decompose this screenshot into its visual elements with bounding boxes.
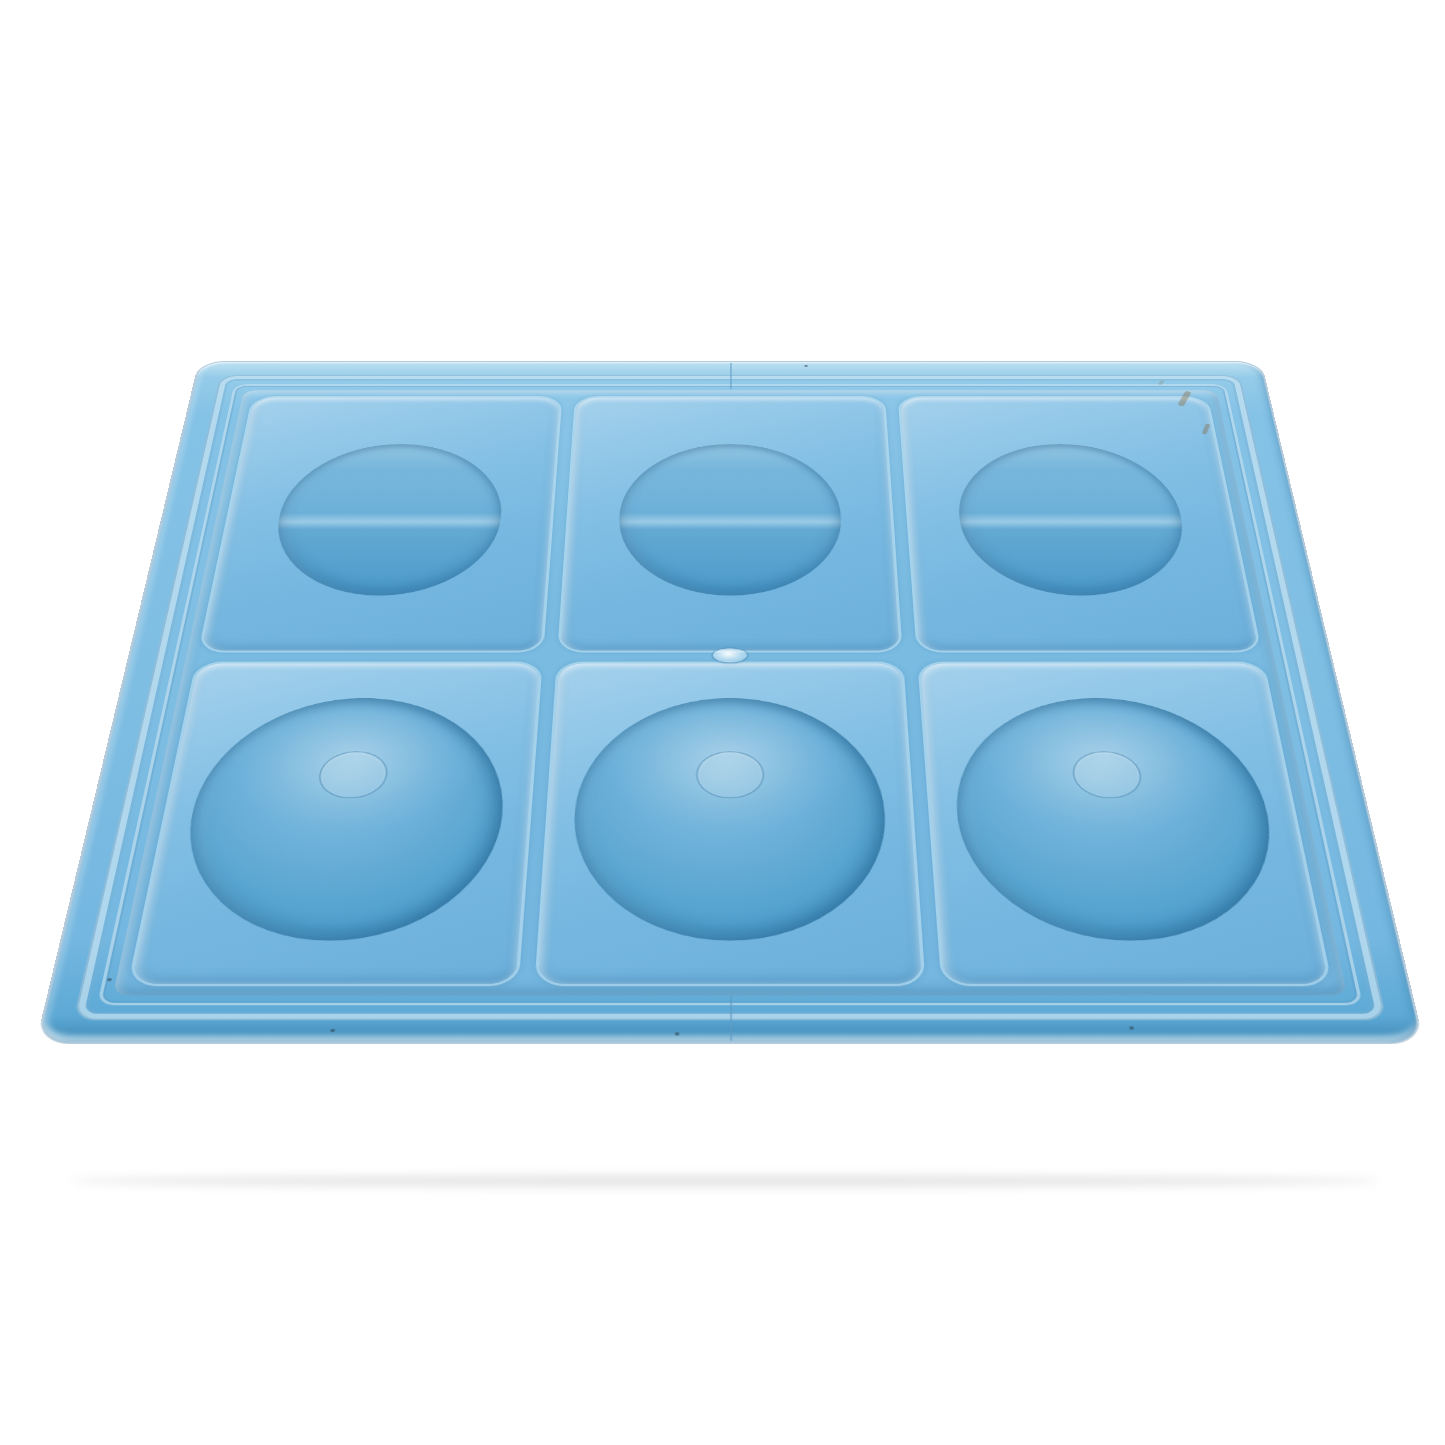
contact-shadow <box>70 1175 1380 1187</box>
well-bottom-circle <box>698 752 763 797</box>
plastic-tray <box>38 362 1422 1042</box>
well-bottom-circle <box>1072 752 1143 797</box>
dirt-speck <box>1129 1027 1134 1030</box>
tray-panel-r1c1 <box>538 663 922 983</box>
tray-well-r0c2 <box>952 444 1195 596</box>
tray-panel-r0c0 <box>201 398 559 651</box>
tray-well-r1c0 <box>167 698 513 941</box>
tray-well-r1c2 <box>947 698 1293 941</box>
tray-panel-r0c1 <box>560 398 899 651</box>
tray-panel-r0c2 <box>900 398 1258 651</box>
mold-seam-bottom <box>730 995 732 1040</box>
rim-scuff-mark <box>1158 380 1165 385</box>
dirt-speck <box>675 1032 680 1035</box>
well-grid <box>123 394 1336 988</box>
dirt-speck <box>330 1028 335 1031</box>
tray-panel-r1c2 <box>920 663 1328 983</box>
tray-basin <box>113 390 1347 995</box>
well-bottom-circle <box>318 752 389 797</box>
photo-canvas <box>0 0 1445 1445</box>
tray-well-r1c1 <box>567 698 892 941</box>
dirt-speck <box>107 978 112 981</box>
tray-panel-r1c0 <box>131 663 539 983</box>
tray-well-r0c1 <box>616 444 845 596</box>
dirt-speck <box>804 365 808 367</box>
mold-seam-top <box>730 363 732 389</box>
mold-sprue <box>713 648 747 662</box>
tray-well-r0c0 <box>264 444 507 596</box>
tray-scene <box>130 137 1330 1177</box>
